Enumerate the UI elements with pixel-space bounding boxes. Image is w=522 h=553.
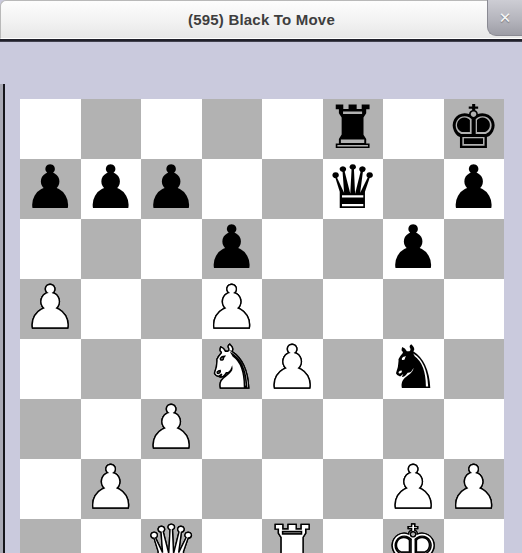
square-f5[interactable] (323, 279, 384, 339)
square-h3[interactable] (444, 399, 505, 459)
square-h6[interactable] (444, 219, 505, 279)
square-g7[interactable] (383, 159, 444, 219)
piece-white-knight-d4[interactable]: ♞ (205, 337, 259, 397)
square-d6[interactable]: ♟ (202, 219, 263, 279)
square-h1[interactable] (444, 519, 505, 553)
square-h7[interactable]: ♟ (444, 159, 505, 219)
square-f4[interactable] (323, 339, 384, 399)
piece-black-pawn-c7[interactable]: ♟ (144, 157, 198, 217)
square-b6[interactable] (81, 219, 142, 279)
square-b5[interactable] (81, 279, 142, 339)
piece-black-pawn-h7[interactable]: ♟ (447, 157, 501, 217)
square-d5[interactable]: ♟ (202, 279, 263, 339)
square-h4[interactable] (444, 339, 505, 399)
piece-black-king-h8[interactable]: ♚ (447, 97, 501, 157)
piece-white-rook-e1[interactable]: ♜ (265, 517, 319, 553)
square-b4[interactable] (81, 339, 142, 399)
square-c4[interactable] (141, 339, 202, 399)
square-c1[interactable]: ♛ (141, 519, 202, 553)
square-e3[interactable] (262, 399, 323, 459)
square-a5[interactable]: ♟ (20, 279, 81, 339)
piece-black-pawn-d6[interactable]: ♟ (205, 217, 259, 277)
board-frame: ♜♚♟♟♟♛♟♟♟♟♟♞♟♞♟♟♟♟♛♜♚ (0, 42, 522, 553)
square-h8[interactable]: ♚ (444, 99, 505, 159)
window-title: (595) Black To Move (188, 11, 335, 28)
square-c8[interactable] (141, 99, 202, 159)
square-d7[interactable] (202, 159, 263, 219)
chess-board: ♜♚♟♟♟♛♟♟♟♟♟♞♟♞♟♟♟♟♛♜♚ (20, 99, 504, 553)
square-a2[interactable] (20, 459, 81, 519)
square-b3[interactable] (81, 399, 142, 459)
piece-white-pawn-d5[interactable]: ♟ (205, 277, 259, 337)
square-h2[interactable]: ♟ (444, 459, 505, 519)
square-f8[interactable]: ♜ (323, 99, 384, 159)
square-d8[interactable] (202, 99, 263, 159)
square-a1[interactable] (20, 519, 81, 553)
piece-white-king-g1[interactable]: ♚ (386, 517, 440, 553)
square-a7[interactable]: ♟ (20, 159, 81, 219)
close-button[interactable]: ✕ (487, 0, 522, 36)
square-a3[interactable] (20, 399, 81, 459)
piece-white-pawn-c3[interactable]: ♟ (144, 397, 198, 457)
window-left-border (3, 84, 5, 553)
square-c6[interactable] (141, 219, 202, 279)
app-window: (595) Black To Move ✕ ♜♚♟♟♟♛♟♟♟♟♟♞♟♞♟♟♟♟… (0, 0, 522, 553)
piece-black-rook-f8[interactable]: ♜ (326, 97, 380, 157)
piece-black-queen-f7[interactable]: ♛ (326, 157, 380, 217)
piece-white-pawn-g2[interactable]: ♟ (386, 457, 440, 517)
square-g1[interactable]: ♚ (383, 519, 444, 553)
square-b8[interactable] (81, 99, 142, 159)
square-c3[interactable]: ♟ (141, 399, 202, 459)
square-b2[interactable]: ♟ (81, 459, 142, 519)
square-f1[interactable] (323, 519, 384, 553)
square-g2[interactable]: ♟ (383, 459, 444, 519)
square-e5[interactable] (262, 279, 323, 339)
square-g4[interactable]: ♞ (383, 339, 444, 399)
square-a6[interactable] (20, 219, 81, 279)
square-a4[interactable] (20, 339, 81, 399)
square-c7[interactable]: ♟ (141, 159, 202, 219)
square-d2[interactable] (202, 459, 263, 519)
piece-white-pawn-a5[interactable]: ♟ (23, 277, 77, 337)
square-e8[interactable] (262, 99, 323, 159)
square-e2[interactable] (262, 459, 323, 519)
square-h5[interactable] (444, 279, 505, 339)
square-d4[interactable]: ♞ (202, 339, 263, 399)
square-g5[interactable] (383, 279, 444, 339)
square-f2[interactable] (323, 459, 384, 519)
piece-white-pawn-h2[interactable]: ♟ (447, 457, 501, 517)
square-f3[interactable] (323, 399, 384, 459)
square-e6[interactable] (262, 219, 323, 279)
square-b1[interactable] (81, 519, 142, 553)
square-e4[interactable]: ♟ (262, 339, 323, 399)
square-a8[interactable] (20, 99, 81, 159)
square-e7[interactable] (262, 159, 323, 219)
title-bar: (595) Black To Move (0, 0, 522, 39)
piece-black-pawn-g6[interactable]: ♟ (386, 217, 440, 277)
piece-white-pawn-e4[interactable]: ♟ (265, 337, 319, 397)
square-g8[interactable] (383, 99, 444, 159)
piece-black-pawn-b7[interactable]: ♟ (84, 157, 138, 217)
square-c2[interactable] (141, 459, 202, 519)
piece-black-pawn-a7[interactable]: ♟ (23, 157, 77, 217)
square-f7[interactable]: ♛ (323, 159, 384, 219)
piece-white-queen-c1[interactable]: ♛ (144, 517, 198, 553)
square-g6[interactable]: ♟ (383, 219, 444, 279)
square-b7[interactable]: ♟ (81, 159, 142, 219)
square-f6[interactable] (323, 219, 384, 279)
close-icon: ✕ (499, 9, 512, 27)
square-d3[interactable] (202, 399, 263, 459)
square-g3[interactable] (383, 399, 444, 459)
piece-white-pawn-b2[interactable]: ♟ (84, 457, 138, 517)
piece-black-knight-g4[interactable]: ♞ (386, 337, 440, 397)
square-c5[interactable] (141, 279, 202, 339)
square-e1[interactable]: ♜ (262, 519, 323, 553)
square-d1[interactable] (202, 519, 263, 553)
